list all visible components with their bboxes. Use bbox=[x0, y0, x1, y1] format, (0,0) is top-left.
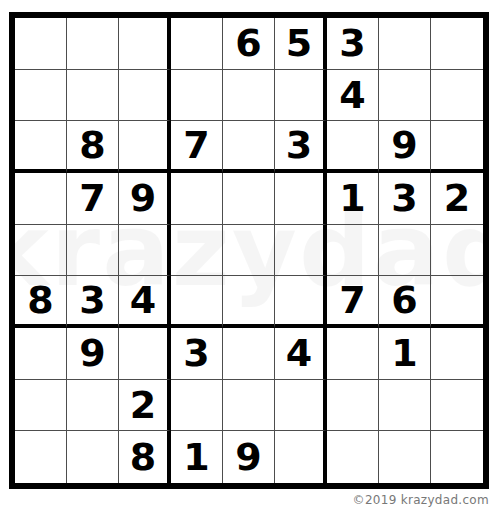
cell-r8c1 bbox=[15, 380, 67, 432]
cell-r4c3: 9 bbox=[119, 173, 171, 225]
cell-r3c9 bbox=[431, 121, 483, 173]
cell-r9c7 bbox=[327, 431, 379, 483]
cell-r2c1 bbox=[15, 70, 67, 122]
cell-r8c7 bbox=[327, 380, 379, 432]
cell-r4c5 bbox=[223, 173, 275, 225]
cell-r5c2 bbox=[67, 225, 119, 277]
cell-r9c8 bbox=[379, 431, 431, 483]
cell-r5c4 bbox=[171, 225, 223, 277]
cell-r3c6: 3 bbox=[275, 121, 327, 173]
cell-r3c2: 8 bbox=[67, 121, 119, 173]
cell-r6c2: 3 bbox=[67, 276, 119, 328]
cell-r4c7: 1 bbox=[327, 173, 379, 225]
cell-r2c9 bbox=[431, 70, 483, 122]
cell-r2c4 bbox=[171, 70, 223, 122]
cell-r1c5: 6 bbox=[223, 18, 275, 70]
cell-r3c4: 7 bbox=[171, 121, 223, 173]
cell-r6c7: 7 bbox=[327, 276, 379, 328]
cell-r9c6 bbox=[275, 431, 327, 483]
cell-r5c1 bbox=[15, 225, 67, 277]
cell-r2c7: 4 bbox=[327, 70, 379, 122]
cell-r9c2 bbox=[67, 431, 119, 483]
cell-r5c6 bbox=[275, 225, 327, 277]
cell-r8c4 bbox=[171, 380, 223, 432]
cell-r7c8: 1 bbox=[379, 328, 431, 380]
cell-r7c6: 4 bbox=[275, 328, 327, 380]
cell-r5c3 bbox=[119, 225, 171, 277]
cell-r2c3 bbox=[119, 70, 171, 122]
cell-r4c9: 2 bbox=[431, 173, 483, 225]
cell-r6c3: 4 bbox=[119, 276, 171, 328]
cell-r3c5 bbox=[223, 121, 275, 173]
cell-r9c4: 1 bbox=[171, 431, 223, 483]
cell-r7c1 bbox=[15, 328, 67, 380]
cell-r1c6: 5 bbox=[275, 18, 327, 70]
cell-r2c2 bbox=[67, 70, 119, 122]
cell-r7c5 bbox=[223, 328, 275, 380]
cell-r1c1 bbox=[15, 18, 67, 70]
sudoku-grid: 65348739791328347693412819 bbox=[15, 18, 483, 483]
cell-r6c6 bbox=[275, 276, 327, 328]
cell-r7c2: 9 bbox=[67, 328, 119, 380]
cell-r1c4 bbox=[171, 18, 223, 70]
cell-r5c7 bbox=[327, 225, 379, 277]
cell-r9c3: 8 bbox=[119, 431, 171, 483]
cell-r5c8 bbox=[379, 225, 431, 277]
cell-r9c5: 9 bbox=[223, 431, 275, 483]
cell-r5c5 bbox=[223, 225, 275, 277]
cell-r1c7: 3 bbox=[327, 18, 379, 70]
sudoku-page: krazydad 65348739791328347693412819 ©201… bbox=[0, 0, 500, 510]
cell-r8c8 bbox=[379, 380, 431, 432]
cell-r8c5 bbox=[223, 380, 275, 432]
cell-r7c7 bbox=[327, 328, 379, 380]
cell-r6c9 bbox=[431, 276, 483, 328]
cell-r3c1 bbox=[15, 121, 67, 173]
cell-r4c2: 7 bbox=[67, 173, 119, 225]
cell-r8c3: 2 bbox=[119, 380, 171, 432]
cell-r9c9 bbox=[431, 431, 483, 483]
cell-r6c8: 6 bbox=[379, 276, 431, 328]
cell-r3c3 bbox=[119, 121, 171, 173]
cell-r2c5 bbox=[223, 70, 275, 122]
copyright-text: ©2019 krazydad.com bbox=[353, 493, 489, 507]
cell-r7c3 bbox=[119, 328, 171, 380]
cell-r3c7 bbox=[327, 121, 379, 173]
cell-r4c1 bbox=[15, 173, 67, 225]
cell-r1c8 bbox=[379, 18, 431, 70]
cell-r6c1: 8 bbox=[15, 276, 67, 328]
cell-r8c9 bbox=[431, 380, 483, 432]
cell-r8c2 bbox=[67, 380, 119, 432]
cell-r7c4: 3 bbox=[171, 328, 223, 380]
cell-r8c6 bbox=[275, 380, 327, 432]
cell-r4c6 bbox=[275, 173, 327, 225]
cell-r1c3 bbox=[119, 18, 171, 70]
cell-r3c8: 9 bbox=[379, 121, 431, 173]
cell-r1c9 bbox=[431, 18, 483, 70]
cell-r5c9 bbox=[431, 225, 483, 277]
sudoku-board: krazydad 65348739791328347693412819 bbox=[9, 12, 489, 489]
cell-r6c5 bbox=[223, 276, 275, 328]
cell-r4c4 bbox=[171, 173, 223, 225]
cell-r4c8: 3 bbox=[379, 173, 431, 225]
cell-r9c1 bbox=[15, 431, 67, 483]
cell-r2c8 bbox=[379, 70, 431, 122]
cell-r6c4 bbox=[171, 276, 223, 328]
cell-r1c2 bbox=[67, 18, 119, 70]
cell-r7c9 bbox=[431, 328, 483, 380]
cell-r2c6 bbox=[275, 70, 327, 122]
